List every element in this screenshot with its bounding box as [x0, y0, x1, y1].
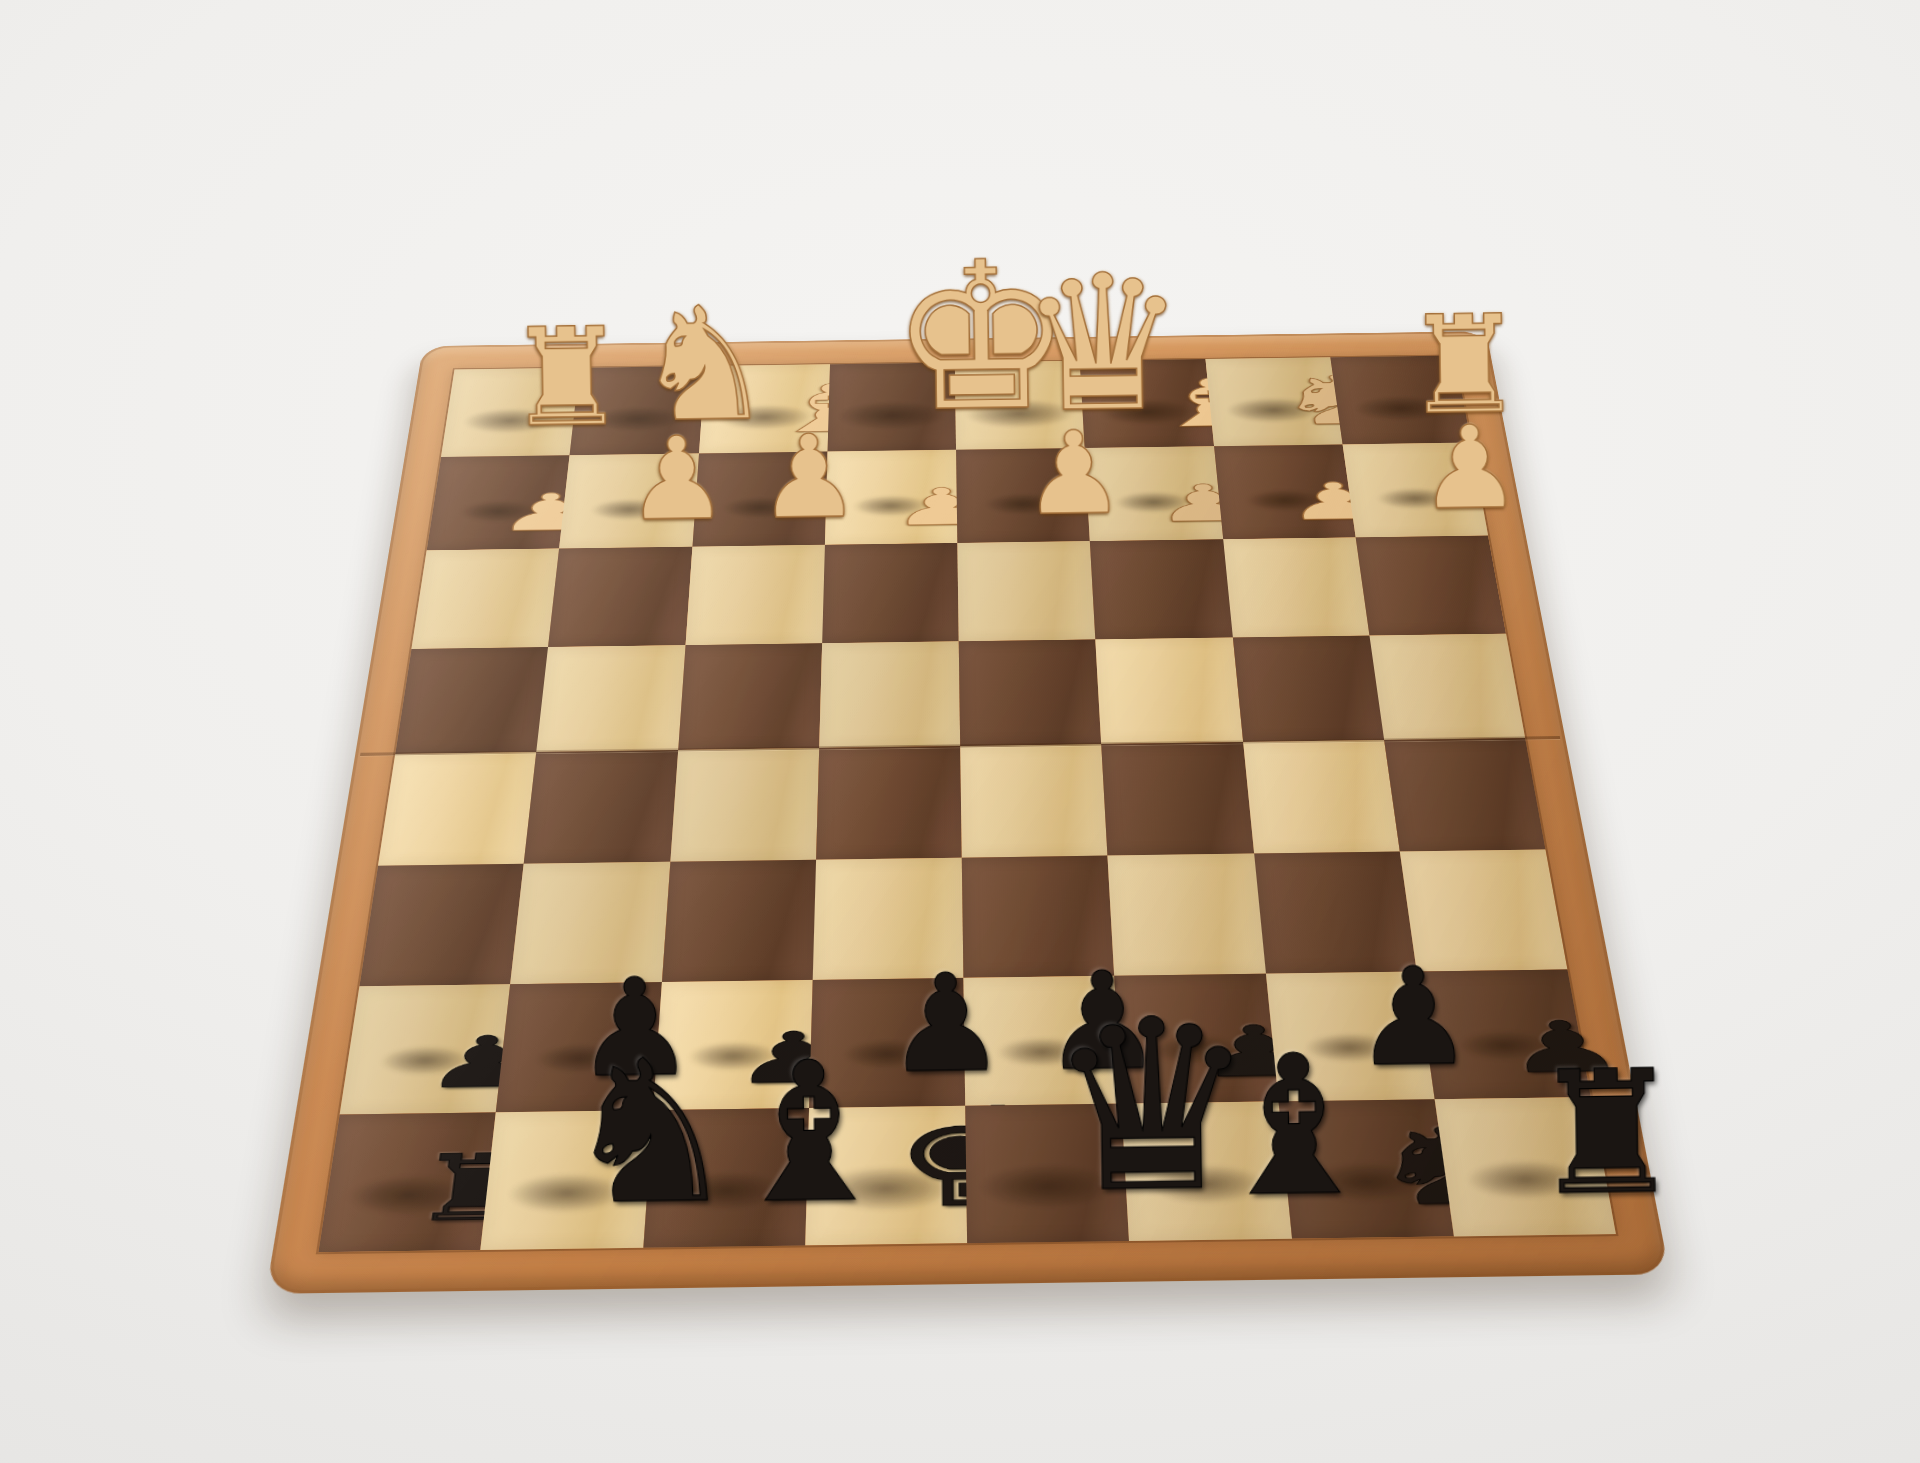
square-d5	[960, 744, 1108, 858]
white-pawn-glyph: ♟	[1418, 411, 1420, 525]
white-pawn-glyph: ♟	[757, 421, 759, 535]
board-grid: ♜♞♝♚♛♝♞♜♟♟♟♟♟♟♟♟♟♟♟♟♟♟♟♟♜♞♝♚♛♝♞♜	[318, 356, 1615, 1253]
square-g5	[524, 750, 678, 864]
square-f3	[685, 545, 825, 645]
square-e5	[816, 746, 962, 860]
white-pawn: ♟	[757, 421, 759, 535]
square-g4	[536, 645, 685, 752]
square-a2: ♟	[1342, 443, 1488, 537]
square-d4	[959, 639, 1102, 746]
square-e4	[819, 641, 960, 748]
square-d3	[957, 541, 1095, 641]
square-h1: ♜	[441, 368, 580, 457]
square-f5	[670, 748, 819, 862]
square-c3	[1090, 539, 1232, 639]
square-g2: ♟	[559, 454, 698, 549]
white-pawn: ♟	[1152, 479, 1156, 530]
square-c5	[1101, 742, 1253, 856]
chess-board: ♜♞♝♚♛♝♞♜♟♟♟♟♟♟♟♟♟♟♟♟♟♟♟♟♜♞♝♚♛♝♞♜	[266, 331, 1670, 1294]
square-h6	[359, 864, 523, 986]
square-h2: ♟	[427, 455, 570, 550]
square-g8: ♞	[481, 1110, 653, 1250]
square-h8: ♜	[318, 1112, 496, 1252]
white-rook-glyph: ♜	[1403, 299, 1405, 433]
square-h4	[395, 647, 548, 754]
perspective-scene: ♜♞♝♚♛♝♞♜♟♟♟♟♟♟♟♟♟♟♟♟♟♟♟♟♜♞♝♚♛♝♞♜	[0, 0, 1920, 1463]
white-pawn: ♟	[1418, 411, 1420, 525]
square-b4	[1232, 636, 1384, 743]
square-d2: ♟	[956, 448, 1090, 543]
photo-background: ♜♞♝♚♛♝♞♜♟♟♟♟♟♟♟♟♟♟♟♟♟♟♟♟♜♞♝♚♛♝♞♜	[0, 0, 1920, 1463]
square-g3	[548, 546, 692, 647]
square-b5	[1243, 740, 1400, 854]
square-b1: ♞	[1205, 357, 1342, 446]
square-a5	[1384, 738, 1546, 852]
square-a4	[1369, 634, 1525, 741]
square-c4	[1096, 637, 1243, 744]
square-h7: ♟	[340, 984, 511, 1115]
square-h5	[378, 752, 537, 866]
white-pawn-glyph: ♟	[1152, 479, 1156, 530]
square-f4	[678, 643, 822, 750]
square-b2: ♟	[1214, 445, 1356, 539]
white-rook: ♜	[1403, 299, 1405, 433]
square-h3	[411, 548, 559, 649]
black-rook-glyph: ♜	[1530, 1050, 1532, 1219]
black-rook: ♜	[1530, 1050, 1532, 1219]
square-a3	[1355, 535, 1506, 635]
square-b3	[1223, 537, 1369, 637]
scene-rotation-wrapper: ♜♞♝♚♛♝♞♜♟♟♟♟♟♟♟♟♟♟♟♟♟♟♟♟♜♞♝♚♛♝♞♜	[0, 0, 1920, 1463]
black-pawn-glyph: ♟	[1041, 955, 1043, 1090]
black-pawn: ♟	[1041, 955, 1043, 1090]
square-e3	[822, 543, 959, 643]
square-d8: ♛	[965, 1104, 1129, 1244]
square-a8: ♜	[1434, 1097, 1615, 1237]
